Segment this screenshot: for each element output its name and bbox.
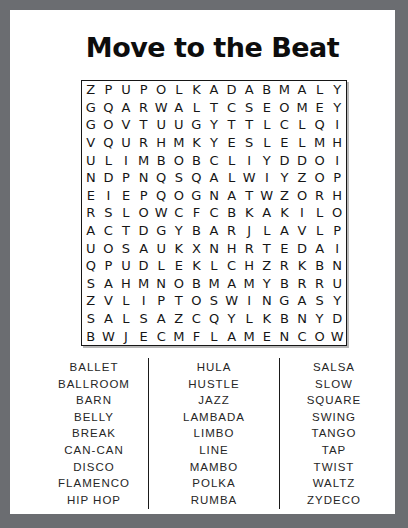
word-list-item: BALLROOM <box>40 376 148 393</box>
grid-cell[interactable]: A <box>135 239 153 257</box>
grid-cell[interactable]: T <box>170 292 188 310</box>
grid-cell[interactable]: I <box>293 204 311 222</box>
grid-cell[interactable]: R <box>135 99 153 117</box>
grid-cell[interactable]: H <box>152 134 170 152</box>
grid-cell[interactable]: B <box>276 275 294 293</box>
grid-cell[interactable]: E <box>258 327 276 345</box>
grid-cell[interactable]: F <box>188 327 206 345</box>
grid-cell[interactable]: D <box>135 257 153 275</box>
grid-cell[interactable]: L <box>152 257 170 275</box>
grid-cell[interactable]: U <box>328 275 346 293</box>
grid-cell[interactable]: Y <box>258 275 276 293</box>
grid-cell[interactable]: V <box>100 292 118 310</box>
grid-cell[interactable]: U <box>82 151 100 169</box>
grid-cell[interactable]: J <box>240 222 258 240</box>
grid-cell[interactable]: W <box>240 169 258 187</box>
grid-cell[interactable]: F <box>188 204 206 222</box>
word-list-item: CAN-CAN <box>40 442 148 459</box>
grid-cell[interactable]: Y <box>328 81 346 99</box>
grid-cell[interactable]: T <box>240 116 258 134</box>
word-list-item: MAMBO <box>149 459 279 476</box>
grid-cell[interactable]: Q <box>311 116 329 134</box>
grid-cell[interactable]: C <box>170 204 188 222</box>
word-list-item: WALTZ <box>280 475 388 492</box>
word-list-item: BELLY <box>40 409 148 426</box>
grid-cell[interactable]: D <box>100 169 118 187</box>
grid-cell[interactable]: H <box>328 134 346 152</box>
grid-cell[interactable]: W <box>328 327 346 345</box>
grid-cell[interactable]: Z <box>170 310 188 328</box>
grid-cell[interactable]: O <box>328 204 346 222</box>
word-list-item: HIP HOP <box>40 492 148 509</box>
grid-cell[interactable]: S <box>205 292 223 310</box>
grid-cell[interactable]: B <box>188 222 206 240</box>
grid-cell[interactable]: K <box>293 257 311 275</box>
grid-cell[interactable]: I <box>328 151 346 169</box>
grid-cell[interactable]: L <box>293 116 311 134</box>
grid-cell[interactable]: Y <box>223 310 241 328</box>
word-list-item: LINE <box>149 442 279 459</box>
grid-cell[interactable]: Y <box>328 292 346 310</box>
grid-cell[interactable]: L <box>258 116 276 134</box>
grid-cell[interactable]: E <box>82 187 100 205</box>
grid-cell[interactable]: N <box>152 275 170 293</box>
grid-cell[interactable]: A <box>170 99 188 117</box>
grid-cell[interactable]: Y <box>311 310 329 328</box>
grid-cell[interactable]: Q <box>152 169 170 187</box>
grid-cell[interactable]: G <box>82 116 100 134</box>
grid-cell[interactable]: Y <box>205 134 223 152</box>
grid-cell[interactable]: M <box>240 275 258 293</box>
grid-cell[interactable]: H <box>223 239 241 257</box>
word-column-1: BALLETBALLROOMBARNBELLYBREAKCAN-CANDISCO… <box>40 358 148 509</box>
grid-cell[interactable]: G <box>188 116 206 134</box>
grid-cell[interactable]: M <box>311 134 329 152</box>
grid-cell[interactable]: I <box>117 151 135 169</box>
grid-cell[interactable]: I <box>240 292 258 310</box>
grid-cell[interactable]: K <box>170 239 188 257</box>
grid-cell[interactable]: A <box>100 310 118 328</box>
grid-cell[interactable]: O <box>170 187 188 205</box>
grid-cell[interactable]: U <box>117 257 135 275</box>
puzzle-page: Move to the Beat ZPUPOLKADABMALYGQARWALT… <box>10 10 395 514</box>
grid-cell[interactable]: Y <box>205 116 223 134</box>
grid-cell[interactable]: O <box>311 169 329 187</box>
grid-cell[interactable]: Q <box>205 310 223 328</box>
grid-cell[interactable]: L <box>170 81 188 99</box>
grid-cell[interactable]: A <box>223 275 241 293</box>
grid-cell[interactable]: C <box>205 151 223 169</box>
word-list-item: JAZZ <box>149 392 279 409</box>
grid-cell[interactable]: K <box>258 310 276 328</box>
grid-cell[interactable]: E <box>258 99 276 117</box>
grid-cell[interactable]: Q <box>152 187 170 205</box>
grid-cell[interactable]: Q <box>82 257 100 275</box>
grid-cell[interactable]: S <box>117 239 135 257</box>
grid-cell[interactable]: N <box>328 257 346 275</box>
grid-cell[interactable]: C <box>223 257 241 275</box>
grid-cell[interactable]: E <box>135 327 153 345</box>
grid-cell[interactable]: A <box>205 169 223 187</box>
grid-cell[interactable]: A <box>293 292 311 310</box>
word-list-item: LAMBADA <box>149 409 279 426</box>
grid-cell[interactable]: M <box>205 275 223 293</box>
grid-cell[interactable]: L <box>293 134 311 152</box>
grid-cell[interactable]: A <box>293 81 311 99</box>
word-list-item: SALSA <box>280 359 388 376</box>
grid-cell[interactable]: B <box>188 275 206 293</box>
word-list-item: HULA <box>149 359 279 376</box>
grid-cell[interactable]: C <box>276 116 294 134</box>
grid-cell[interactable]: V <box>293 222 311 240</box>
word-list: BALLETBALLROOMBARNBELLYBREAKCAN-CANDISCO… <box>40 358 388 509</box>
grid-cell[interactable]: W <box>223 292 241 310</box>
grid-cell[interactable]: L <box>311 81 329 99</box>
grid-cell[interactable]: K <box>188 81 206 99</box>
word-list-item: DISCO <box>40 459 148 476</box>
grid-cell[interactable]: Q <box>100 134 118 152</box>
grid-cell[interactable]: Z <box>258 257 276 275</box>
grid-cell[interactable]: L <box>240 310 258 328</box>
grid-cell[interactable]: A <box>82 222 100 240</box>
grid-cell[interactable]: E <box>170 257 188 275</box>
grid-cell[interactable]: Y <box>276 169 294 187</box>
grid-cell[interactable]: N <box>135 169 153 187</box>
grid-cell[interactable]: A <box>100 275 118 293</box>
grid-cell[interactable]: L <box>223 169 241 187</box>
word-column-3: SALSASLOWSQUARESWINGTANGOTAPTWISTWALTZZY… <box>280 358 388 509</box>
grid-cell[interactable]: D <box>223 81 241 99</box>
grid-cell[interactable]: V <box>82 134 100 152</box>
grid-cell[interactable]: N <box>258 292 276 310</box>
grid-cell[interactable]: S <box>82 310 100 328</box>
grid-cell[interactable]: Y <box>258 151 276 169</box>
grid-cell[interactable]: A <box>276 222 294 240</box>
grid-cell[interactable]: Q <box>188 169 206 187</box>
grid-cell[interactable]: W <box>152 204 170 222</box>
grid-cell[interactable]: U <box>117 81 135 99</box>
grid-cell[interactable]: O <box>135 204 153 222</box>
grid-cell[interactable]: K <box>188 257 206 275</box>
grid-cell[interactable]: W <box>152 99 170 117</box>
grid-cell[interactable]: R <box>240 239 258 257</box>
grid-cell[interactable]: L <box>311 222 329 240</box>
puzzle-title: Move to the Beat <box>20 32 405 63</box>
grid-cell[interactable]: H <box>240 257 258 275</box>
grid-cell[interactable]: U <box>82 239 100 257</box>
grid-cell[interactable]: T <box>135 116 153 134</box>
grid-cell[interactable]: R <box>82 204 100 222</box>
word-list-item: SQUARE <box>280 392 388 409</box>
grid-cell[interactable]: M <box>240 327 258 345</box>
grid-cell[interactable]: P <box>152 292 170 310</box>
word-list-item: BREAK <box>40 425 148 442</box>
grid-cell[interactable]: C <box>188 310 206 328</box>
grid-cell[interactable]: U <box>170 116 188 134</box>
grid-cell[interactable]: M <box>170 327 188 345</box>
grid-cell[interactable]: C <box>223 99 241 117</box>
grid-cell[interactable]: A <box>258 204 276 222</box>
grid-cell[interactable]: P <box>100 257 118 275</box>
word-list-item: TANGO <box>280 425 388 442</box>
grid-cell[interactable]: Q <box>100 99 118 117</box>
grid-cell[interactable]: A <box>205 222 223 240</box>
grid-cell[interactable]: S <box>240 134 258 152</box>
grid-cell[interactable]: R <box>135 134 153 152</box>
grid-cell[interactable]: B <box>311 257 329 275</box>
grid-cell[interactable]: R <box>311 187 329 205</box>
grid-cell[interactable]: P <box>100 81 118 99</box>
word-list-item: POLKA <box>149 475 279 492</box>
grid-cell[interactable]: P <box>328 222 346 240</box>
grid-cell[interactable]: U <box>152 116 170 134</box>
grid-cell[interactable]: N <box>276 327 294 345</box>
grid-cell[interactable]: E <box>311 99 329 117</box>
grid-cell[interactable]: Y <box>328 99 346 117</box>
grid-cell[interactable]: L <box>258 134 276 152</box>
grid-cell[interactable]: R <box>293 275 311 293</box>
grid-cell[interactable]: N <box>205 239 223 257</box>
grid-cell[interactable]: E <box>117 187 135 205</box>
grid-cell[interactable]: O <box>188 292 206 310</box>
grid-cell[interactable]: K <box>240 204 258 222</box>
grid-cell[interactable]: D <box>293 239 311 257</box>
grid-cell[interactable]: V <box>117 116 135 134</box>
grid-cell[interactable]: W <box>258 187 276 205</box>
word-list-item: ZYDECO <box>280 492 388 509</box>
grid-cell[interactable]: O <box>100 116 118 134</box>
grid-cell[interactable]: N <box>293 310 311 328</box>
grid-cell[interactable]: L <box>117 292 135 310</box>
word-list-item: HUSTLE <box>149 376 279 393</box>
grid-cell[interactable]: A <box>117 99 135 117</box>
word-column-2: HULAHUSTLEJAZZLAMBADALIMBOLINEMAMBOPOLKA… <box>148 358 280 509</box>
grid-cell[interactable]: Z <box>293 169 311 187</box>
grid-cell[interactable]: M <box>135 275 153 293</box>
grid-cell[interactable]: S <box>170 169 188 187</box>
grid-cell[interactable]: B <box>188 151 206 169</box>
word-list-item: BALLET <box>40 359 148 376</box>
grid-cell[interactable]: O <box>170 151 188 169</box>
grid-cell[interactable]: D <box>328 310 346 328</box>
grid-cell[interactable]: A <box>223 187 241 205</box>
grid-cell[interactable]: I <box>328 239 346 257</box>
grid-cell[interactable]: N <box>82 169 100 187</box>
grid-cell[interactable]: T <box>205 99 223 117</box>
grid-cell[interactable]: R <box>223 222 241 240</box>
grid-cell[interactable]: D <box>293 151 311 169</box>
grid-cell[interactable]: A <box>205 81 223 99</box>
word-search-grid[interactable]: ZPUPOLKADABMALYGQARWALTCSEOMEYGOVTUUGYTT… <box>81 80 347 346</box>
grid-cell[interactable]: P <box>135 187 153 205</box>
word-list-item: BARN <box>40 392 148 409</box>
grid-cell[interactable]: E <box>276 134 294 152</box>
grid-cell[interactable]: T <box>240 187 258 205</box>
grid-cell[interactable]: P <box>117 169 135 187</box>
grid-cell[interactable]: R <box>311 275 329 293</box>
grid-cell[interactable]: M <box>170 134 188 152</box>
word-list-item: SWING <box>280 409 388 426</box>
grid-cell[interactable]: S <box>135 310 153 328</box>
grid-cell[interactable]: C <box>205 204 223 222</box>
grid-cell[interactable]: E <box>276 239 294 257</box>
grid-cell[interactable]: O <box>170 275 188 293</box>
grid-cell[interactable]: O <box>100 239 118 257</box>
grid-cell[interactable]: L <box>117 310 135 328</box>
grid-cell[interactable]: A <box>311 239 329 257</box>
word-list-item: LIMBO <box>149 425 279 442</box>
grid-cell[interactable]: H <box>117 275 135 293</box>
grid-cell[interactable]: W <box>100 327 118 345</box>
grid-cell[interactable]: D <box>276 151 294 169</box>
grid-cell[interactable]: C <box>293 327 311 345</box>
grid-cell[interactable]: S <box>100 204 118 222</box>
grid-cell[interactable]: O <box>311 151 329 169</box>
grid-cell[interactable]: L <box>100 151 118 169</box>
grid-cell[interactable]: A <box>223 327 241 345</box>
grid-cell[interactable]: G <box>188 187 206 205</box>
grid-cell[interactable]: L <box>188 99 206 117</box>
grid-cell[interactable]: U <box>117 134 135 152</box>
grid-cell[interactable]: Z <box>82 81 100 99</box>
grid-cell[interactable]: M <box>276 81 294 99</box>
word-list-item: FLAMENCO <box>40 475 148 492</box>
grid-cell[interactable]: J <box>117 327 135 345</box>
grid-cell[interactable]: G <box>152 222 170 240</box>
grid-cell[interactable]: I <box>240 151 258 169</box>
grid-cell[interactable]: I <box>135 292 153 310</box>
grid-cell[interactable]: B <box>152 151 170 169</box>
grid-cell[interactable]: N <box>205 187 223 205</box>
grid-cell[interactable]: H <box>328 187 346 205</box>
grid-cell[interactable]: K <box>188 134 206 152</box>
grid-cell[interactable]: P <box>328 169 346 187</box>
grid-cell[interactable]: L <box>311 204 329 222</box>
grid-cell[interactable]: L <box>205 327 223 345</box>
grid-cell[interactable]: R <box>276 257 294 275</box>
grid-cell[interactable]: T <box>258 239 276 257</box>
grid-cell[interactable]: E <box>223 134 241 152</box>
grid-cell[interactable]: B <box>276 310 294 328</box>
grid-cell[interactable]: B <box>82 327 100 345</box>
grid-cell[interactable]: B <box>223 204 241 222</box>
grid-cell[interactable]: U <box>152 239 170 257</box>
grid-cell[interactable]: Z <box>82 292 100 310</box>
word-list-item: TWIST <box>280 459 388 476</box>
grid-cell[interactable]: Y <box>170 222 188 240</box>
word-list-item: SLOW <box>280 376 388 393</box>
grid-cell[interactable]: M <box>135 151 153 169</box>
grid-cell[interactable]: L <box>205 257 223 275</box>
grid-cell[interactable]: G <box>82 99 100 117</box>
grid-cell[interactable]: S <box>82 275 100 293</box>
grid-cell[interactable]: I <box>100 187 118 205</box>
grid-cell[interactable]: O <box>152 81 170 99</box>
grid-cell[interactable]: L <box>223 151 241 169</box>
grid-cell[interactable]: I <box>328 116 346 134</box>
word-list-item: RUMBA <box>149 492 279 509</box>
grid-cell[interactable]: P <box>135 81 153 99</box>
grid-cell[interactable]: C <box>152 327 170 345</box>
grid-cell[interactable]: D <box>135 222 153 240</box>
grid-cell[interactable]: T <box>117 222 135 240</box>
grid-cell[interactable]: Z <box>276 187 294 205</box>
grid-cell[interactable]: O <box>293 187 311 205</box>
grid-cell[interactable]: A <box>152 310 170 328</box>
grid-cell[interactable]: S <box>240 99 258 117</box>
grid-cell[interactable]: L <box>117 204 135 222</box>
grid-cell[interactable]: K <box>276 204 294 222</box>
grid-cell[interactable]: G <box>276 292 294 310</box>
grid-cell[interactable]: C <box>100 222 118 240</box>
grid-cell[interactable]: I <box>258 169 276 187</box>
grid-cell[interactable]: B <box>258 81 276 99</box>
page-frame: Move to the Beat ZPUPOLKADABMALYGQARWALT… <box>0 0 408 528</box>
grid-cell[interactable]: S <box>311 292 329 310</box>
word-list-item: TAP <box>280 442 388 459</box>
grid-cell[interactable]: L <box>258 222 276 240</box>
grid-cell[interactable]: O <box>311 327 329 345</box>
grid-cell[interactable]: O <box>276 99 294 117</box>
grid-cell[interactable]: M <box>293 99 311 117</box>
grid-cell[interactable]: A <box>240 81 258 99</box>
grid-cell[interactable]: T <box>223 116 241 134</box>
grid-cell[interactable]: X <box>188 239 206 257</box>
